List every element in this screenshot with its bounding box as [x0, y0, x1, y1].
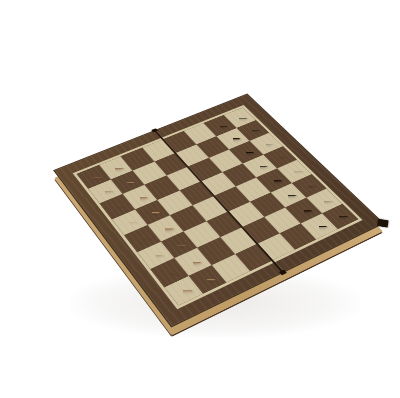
board-frame: ♜♟♟♜♞♟♟♞♝♟♟♝♛♟♟♛♚♟♟♚♝♟♟♝♞♟♟♞♜♟♟♜	[53, 93, 384, 327]
board-grid: ♜♟♟♜♞♟♟♞♝♟♟♝♛♟♟♛♚♟♟♚♝♟♟♝♞♟♟♞♜♟♟♜	[73, 105, 363, 309]
scene: ♜♟♟♜♞♟♟♞♝♟♟♝♛♟♟♛♚♟♟♚♝♟♟♝♞♟♟♞♜♟♟♜	[0, 0, 400, 398]
product-photo-stage: ♜♟♟♜♞♟♟♞♝♟♟♝♛♟♟♛♚♟♟♚♝♟♟♝♞♟♟♞♜♟♟♜	[0, 0, 400, 398]
clasp	[377, 219, 388, 228]
chess-board: ♜♟♟♜♞♟♟♞♝♟♟♝♛♟♟♛♚♟♟♚♝♟♟♝♞♟♟♞♜♟♟♜	[53, 93, 384, 327]
square-h1: ♜	[164, 276, 203, 306]
